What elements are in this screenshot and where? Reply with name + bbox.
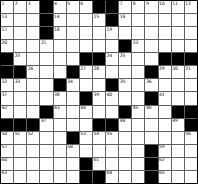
cell-r0c12[interactable]: 10 xyxy=(159,1,171,13)
cell-r13c3[interactable] xyxy=(40,171,52,183)
cell-r7c9[interactable] xyxy=(119,92,131,104)
clue-number-19: 19 xyxy=(107,27,112,32)
clue-number-31: 31 xyxy=(185,66,190,71)
cell-r13c4[interactable] xyxy=(54,171,66,183)
clue-number-16: 16 xyxy=(120,14,125,19)
cell-r3c0[interactable]: 20 xyxy=(1,40,13,52)
cell-r11c3[interactable] xyxy=(40,145,52,157)
cell-r1c5[interactable] xyxy=(67,14,79,26)
clue-number-47: 47 xyxy=(41,119,46,124)
cell-r2c7[interactable] xyxy=(93,27,105,39)
clue-number-3: 3 xyxy=(28,1,31,6)
black-cell-r8c3 xyxy=(40,106,52,118)
cell-r0c11[interactable]: 9 xyxy=(145,1,157,13)
clue-number-10: 10 xyxy=(159,1,164,6)
clue-number-60: 60 xyxy=(2,158,7,163)
clue-number-53: 53 xyxy=(80,132,85,137)
cell-r5c7[interactable]: 28 xyxy=(93,66,105,78)
clue-number-38: 38 xyxy=(54,92,59,97)
cell-r6c13[interactable] xyxy=(172,79,184,91)
clue-number-52: 52 xyxy=(28,132,33,137)
black-cell-r12c11 xyxy=(145,158,157,170)
cell-r1c6[interactable] xyxy=(80,14,92,26)
cell-r11c9[interactable] xyxy=(119,145,131,157)
black-cell-r10c5 xyxy=(67,132,79,144)
cell-r11c12[interactable]: 59 xyxy=(159,145,171,157)
clue-number-17: 17 xyxy=(2,27,7,32)
clue-number-46: 46 xyxy=(146,106,151,111)
clue-number-22: 22 xyxy=(133,40,138,45)
cell-r6c6[interactable] xyxy=(80,79,92,91)
cell-r7c8[interactable]: 40 xyxy=(106,92,118,104)
cell-r7c4[interactable]: 38 xyxy=(54,92,66,104)
cell-r11c5[interactable]: 58 xyxy=(67,145,79,157)
cell-r3c5[interactable] xyxy=(67,40,79,52)
cell-r7c7[interactable]: 39 xyxy=(93,92,105,104)
cell-r4c9[interactable]: 25 xyxy=(119,53,131,65)
cell-r0c0[interactable]: 1 xyxy=(1,1,13,13)
clue-number-4: 4 xyxy=(54,1,57,6)
cell-r9c5[interactable] xyxy=(67,119,79,131)
cell-r13c5[interactable] xyxy=(67,171,79,183)
cell-r8c0[interactable]: 42 xyxy=(1,106,13,118)
cell-r8c4[interactable]: 43 xyxy=(54,106,66,118)
cell-r10c11[interactable] xyxy=(145,132,157,144)
cell-r5c8[interactable] xyxy=(106,66,118,78)
black-cell-r7c6 xyxy=(80,92,92,104)
clue-number-41: 41 xyxy=(159,92,164,97)
black-cell-r1c8 xyxy=(106,14,118,26)
cell-r7c2[interactable] xyxy=(27,92,39,104)
black-cell-r7c11 xyxy=(145,92,157,104)
cell-r0c1[interactable]: 2 xyxy=(14,1,26,13)
cell-r5c12[interactable]: 29 xyxy=(159,66,171,78)
cell-r3c7[interactable] xyxy=(93,40,105,52)
cell-r3c4[interactable] xyxy=(54,40,66,52)
cell-r2c10[interactable] xyxy=(132,27,144,39)
cell-r9c11[interactable] xyxy=(145,119,157,131)
clue-number-57: 57 xyxy=(2,145,7,150)
cell-r2c9[interactable] xyxy=(119,27,131,39)
cell-r2c12[interactable] xyxy=(159,27,171,39)
cell-r3c2[interactable] xyxy=(27,40,39,52)
cell-r3c3[interactable]: 21 xyxy=(40,40,52,52)
cell-r13c2[interactable] xyxy=(27,171,39,183)
cell-r13c12[interactable]: 65 xyxy=(159,171,171,183)
cell-r7c12[interactable]: 41 xyxy=(159,92,171,104)
clue-number-27: 27 xyxy=(80,66,85,71)
clue-number-48: 48 xyxy=(120,119,125,124)
black-cell-r2c3 xyxy=(40,27,52,39)
cell-r3c14[interactable] xyxy=(185,40,197,52)
cell-r7c0[interactable]: 37 xyxy=(1,92,13,104)
clue-number-11: 11 xyxy=(172,1,177,6)
black-cell-r9c2 xyxy=(27,119,39,131)
cell-r13c14[interactable] xyxy=(185,171,197,183)
crossword-grid: 1234567891011121314151617181920212223242… xyxy=(0,0,198,184)
clue-number-55: 55 xyxy=(107,132,112,137)
clue-number-29: 29 xyxy=(159,66,164,71)
cell-r2c11[interactable] xyxy=(145,27,157,39)
clue-number-64: 64 xyxy=(107,171,112,176)
clue-number-43: 43 xyxy=(54,106,59,111)
cell-r10c2[interactable]: 52 xyxy=(27,132,39,144)
cell-r3c13[interactable] xyxy=(172,40,184,52)
cell-r10c8[interactable]: 55 xyxy=(106,132,118,144)
clue-number-35: 35 xyxy=(120,79,125,84)
clue-number-34: 34 xyxy=(67,79,72,84)
clue-number-45: 45 xyxy=(133,106,138,111)
clue-number-14: 14 xyxy=(54,14,59,19)
cell-r10c3[interactable] xyxy=(40,132,52,144)
cell-r11c14[interactable] xyxy=(185,145,197,157)
clue-number-56: 56 xyxy=(185,132,190,137)
cell-r12c9[interactable] xyxy=(119,158,131,170)
clue-number-7: 7 xyxy=(120,1,123,6)
black-cell-r5c0 xyxy=(1,66,13,78)
clue-number-13: 13 xyxy=(2,14,7,19)
cell-r11c0[interactable]: 57 xyxy=(1,145,13,157)
cell-r8c11[interactable]: 46 xyxy=(145,106,157,118)
cell-r11c13[interactable] xyxy=(172,145,184,157)
clue-number-8: 8 xyxy=(133,1,136,6)
cell-r9c13[interactable]: 49 xyxy=(172,119,184,131)
cell-r1c14[interactable] xyxy=(185,14,197,26)
cell-r2c8[interactable]: 19 xyxy=(106,27,118,39)
clue-number-23: 23 xyxy=(15,53,20,58)
black-cell-r4c12 xyxy=(159,53,171,65)
cell-r10c6[interactable]: 53 xyxy=(80,132,92,144)
cell-r3c12[interactable] xyxy=(159,40,171,52)
black-cell-r12c6 xyxy=(80,158,92,170)
cell-r5c2[interactable]: 26 xyxy=(27,66,39,78)
cell-r6c7[interactable] xyxy=(93,79,105,91)
cell-r8c6[interactable]: 44 xyxy=(80,106,92,118)
black-cell-r13c6 xyxy=(80,171,92,183)
black-cell-r8c13 xyxy=(172,106,184,118)
clue-number-2: 2 xyxy=(15,1,18,6)
clue-number-24: 24 xyxy=(107,53,112,58)
cell-r1c12[interactable] xyxy=(159,14,171,26)
black-cell-r0c7 xyxy=(93,1,105,13)
black-cell-r5c1 xyxy=(14,66,26,78)
black-cell-r9c7 xyxy=(93,119,105,131)
cell-r4c2[interactable] xyxy=(27,53,39,65)
cell-r9c4[interactable] xyxy=(54,119,66,131)
cell-r9c3[interactable]: 47 xyxy=(40,119,52,131)
cell-r12c1[interactable] xyxy=(14,158,26,170)
clue-number-5: 5 xyxy=(67,1,70,6)
cell-r7c1[interactable] xyxy=(14,92,26,104)
cell-r0c9[interactable]: 7 xyxy=(119,1,131,13)
black-cell-r1c3 xyxy=(40,14,52,26)
cell-r6c14[interactable] xyxy=(185,79,197,91)
cell-r8c1[interactable] xyxy=(14,106,26,118)
cell-r0c13[interactable]: 11 xyxy=(172,1,184,13)
black-cell-r4c13 xyxy=(172,53,184,65)
cell-r10c14[interactable]: 56 xyxy=(185,132,197,144)
clue-number-9: 9 xyxy=(146,1,149,6)
cell-r10c7[interactable]: 54 xyxy=(93,132,105,144)
cell-r5c14[interactable]: 31 xyxy=(185,66,197,78)
cell-r2c14[interactable] xyxy=(185,27,197,39)
cell-r0c5[interactable]: 5 xyxy=(67,1,79,13)
cell-r1c10[interactable] xyxy=(132,14,144,26)
cell-r2c4[interactable]: 18 xyxy=(54,27,66,39)
black-cell-r8c14 xyxy=(185,106,197,118)
cell-r4c11[interactable] xyxy=(145,53,157,65)
cell-r8c2[interactable] xyxy=(27,106,39,118)
cell-r7c3[interactable] xyxy=(40,92,52,104)
clue-number-32: 32 xyxy=(2,79,7,84)
cell-r2c2[interactable] xyxy=(27,27,39,39)
clue-number-12: 12 xyxy=(185,1,190,6)
clue-number-59: 59 xyxy=(159,145,164,150)
cell-r2c6[interactable] xyxy=(80,27,92,39)
clue-number-51: 51 xyxy=(15,132,20,137)
black-cell-r8c9 xyxy=(119,106,131,118)
cell-r12c0[interactable]: 60 xyxy=(1,158,13,170)
clue-number-50: 50 xyxy=(2,132,7,137)
black-cell-r5c5 xyxy=(67,66,79,78)
clue-number-65: 65 xyxy=(159,171,164,176)
clue-number-58: 58 xyxy=(67,145,72,150)
cell-r2c0[interactable]: 17 xyxy=(1,27,13,39)
cell-r10c12[interactable] xyxy=(159,132,171,144)
cell-r0c2[interactable]: 3 xyxy=(27,1,39,13)
black-cell-r4c14 xyxy=(185,53,197,65)
clue-number-33: 33 xyxy=(15,79,20,84)
cell-r8c7[interactable] xyxy=(93,106,105,118)
black-cell-r9c0 xyxy=(1,119,13,131)
cell-r8c12[interactable] xyxy=(159,106,171,118)
clue-number-49: 49 xyxy=(172,119,177,124)
cell-r13c1[interactable] xyxy=(14,171,26,183)
cell-r2c5[interactable] xyxy=(67,27,79,39)
cell-r10c10[interactable] xyxy=(132,132,144,144)
clue-number-40: 40 xyxy=(107,92,112,97)
cell-r7c10[interactable] xyxy=(132,92,144,104)
cell-r11c6[interactable] xyxy=(80,145,92,157)
cell-r12c8[interactable] xyxy=(106,158,118,170)
cell-r7c5[interactable] xyxy=(67,92,79,104)
cell-r6c10[interactable] xyxy=(132,79,144,91)
cell-r12c7[interactable]: 61 xyxy=(93,158,105,170)
cell-r13c8[interactable]: 64 xyxy=(106,171,118,183)
cell-r11c4[interactable] xyxy=(54,145,66,157)
cell-r1c11[interactable] xyxy=(145,14,157,26)
cell-r8c8[interactable] xyxy=(106,106,118,118)
cell-r4c5[interactable] xyxy=(67,53,79,65)
black-cell-r9c14 xyxy=(185,119,197,131)
cell-r12c2[interactable] xyxy=(27,158,39,170)
cell-r8c10[interactable]: 45 xyxy=(132,106,144,118)
cell-r12c10[interactable] xyxy=(132,158,144,170)
cell-r7c13[interactable] xyxy=(172,92,184,104)
clue-number-61: 61 xyxy=(93,158,98,163)
cell-r5c6[interactable]: 27 xyxy=(80,66,92,78)
cell-r12c3[interactable] xyxy=(40,158,52,170)
cell-r1c2[interactable] xyxy=(27,14,39,26)
clue-number-1: 1 xyxy=(2,1,5,6)
cell-r5c9[interactable] xyxy=(119,66,131,78)
cell-r2c13[interactable] xyxy=(172,27,184,39)
black-cell-r3c9 xyxy=(119,40,131,52)
cell-r2c1[interactable] xyxy=(14,27,26,39)
clue-number-18: 18 xyxy=(54,27,59,32)
cell-r6c9[interactable]: 35 xyxy=(119,79,131,91)
cell-r0c10[interactable]: 8 xyxy=(132,1,144,13)
cell-r5c13[interactable]: 30 xyxy=(172,66,184,78)
cell-r11c10[interactable] xyxy=(132,145,144,157)
cell-r8c5[interactable] xyxy=(67,106,79,118)
cell-r6c2[interactable] xyxy=(27,79,39,91)
cell-r9c9[interactable]: 48 xyxy=(119,119,131,131)
cell-r5c3[interactable] xyxy=(40,66,52,78)
cell-r13c13[interactable] xyxy=(172,171,184,183)
cell-r13c10[interactable] xyxy=(132,171,144,183)
clue-number-6: 6 xyxy=(80,1,83,6)
cell-r12c14[interactable] xyxy=(185,158,197,170)
cell-r10c9[interactable] xyxy=(119,132,131,144)
crossword-puzzle: 1234567891011121314151617181920212223242… xyxy=(0,0,198,184)
cell-r10c1[interactable]: 51 xyxy=(14,132,26,144)
cell-r1c13[interactable] xyxy=(172,14,184,26)
cell-r7c14[interactable] xyxy=(185,92,197,104)
cell-r6c5[interactable]: 34 xyxy=(67,79,79,91)
cell-r10c4[interactable] xyxy=(54,132,66,144)
cell-r12c12[interactable]: 62 xyxy=(159,158,171,170)
clue-number-28: 28 xyxy=(93,66,98,71)
clue-number-30: 30 xyxy=(172,66,177,71)
cell-r11c2[interactable] xyxy=(27,145,39,157)
clue-number-26: 26 xyxy=(28,66,33,71)
black-cell-r9c8 xyxy=(106,119,118,131)
clue-number-37: 37 xyxy=(2,92,7,97)
clue-number-39: 39 xyxy=(93,92,98,97)
cell-r12c4[interactable] xyxy=(54,158,66,170)
cell-r12c13[interactable] xyxy=(172,158,184,170)
cell-r12c5[interactable] xyxy=(67,158,79,170)
cell-r1c4[interactable]: 14 xyxy=(54,14,66,26)
cell-r5c10[interactable] xyxy=(132,66,144,78)
cell-r9c6[interactable] xyxy=(80,119,92,131)
clue-number-62: 62 xyxy=(159,158,164,163)
clue-number-42: 42 xyxy=(2,106,7,111)
black-cell-r13c11 xyxy=(145,171,157,183)
cell-r4c8[interactable]: 24 xyxy=(106,53,118,65)
cell-r6c12[interactable] xyxy=(159,79,171,91)
black-cell-r5c11 xyxy=(145,66,157,78)
black-cell-r11c11 xyxy=(145,145,157,157)
cell-r3c1[interactable] xyxy=(14,40,26,52)
clue-number-21: 21 xyxy=(41,40,46,45)
clue-number-15: 15 xyxy=(93,14,98,19)
cell-r6c11[interactable]: 36 xyxy=(145,79,157,91)
cell-r1c0[interactable]: 13 xyxy=(1,14,13,26)
clue-number-36: 36 xyxy=(146,79,151,84)
black-cell-r9c1 xyxy=(14,119,26,131)
cell-r4c3[interactable] xyxy=(40,53,52,65)
cell-r3c6[interactable] xyxy=(80,40,92,52)
black-cell-r13c7 xyxy=(93,171,105,183)
clue-number-63: 63 xyxy=(2,171,7,176)
cell-r1c9[interactable]: 16 xyxy=(119,14,131,26)
cell-r10c0[interactable]: 50 xyxy=(1,132,13,144)
cell-r10c13[interactable] xyxy=(172,132,184,144)
cell-r4c4[interactable] xyxy=(54,53,66,65)
clue-number-54: 54 xyxy=(93,132,98,137)
cell-r3c10[interactable]: 22 xyxy=(132,40,144,52)
cell-r6c3[interactable] xyxy=(40,79,52,91)
cell-r9c10[interactable] xyxy=(132,119,144,131)
black-cell-r6c8 xyxy=(106,79,118,91)
clue-number-25: 25 xyxy=(120,53,125,58)
black-cell-r4c6 xyxy=(80,53,92,65)
cell-r3c11[interactable] xyxy=(145,40,157,52)
cell-r1c7[interactable]: 15 xyxy=(93,14,105,26)
cell-r0c6[interactable]: 6 xyxy=(80,1,92,13)
cell-r9c12[interactable] xyxy=(159,119,171,131)
black-cell-r0c3 xyxy=(40,1,52,13)
black-cell-r0c8 xyxy=(106,1,118,13)
cell-r11c7[interactable] xyxy=(93,145,105,157)
cell-r5c4[interactable] xyxy=(54,66,66,78)
cell-r0c4[interactable]: 4 xyxy=(54,1,66,13)
clue-number-20: 20 xyxy=(2,40,7,45)
cell-r3c8[interactable] xyxy=(106,40,118,52)
cell-r6c0[interactable]: 32 xyxy=(1,79,13,91)
black-cell-r4c0 xyxy=(1,53,13,65)
black-cell-r6c4 xyxy=(54,79,66,91)
cell-r13c0[interactable]: 63 xyxy=(1,171,13,183)
clue-number-44: 44 xyxy=(80,106,85,111)
cell-r13c9[interactable] xyxy=(119,171,131,183)
cell-r11c1[interactable] xyxy=(14,145,26,157)
black-cell-r4c7 xyxy=(93,53,105,65)
cell-r4c10[interactable] xyxy=(132,53,144,65)
cell-r1c1[interactable] xyxy=(14,14,26,26)
cell-r4c1[interactable]: 23 xyxy=(14,53,26,65)
cell-r11c8[interactable] xyxy=(106,145,118,157)
cell-r0c14[interactable]: 12 xyxy=(185,1,197,13)
cell-r6c1[interactable]: 33 xyxy=(14,79,26,91)
